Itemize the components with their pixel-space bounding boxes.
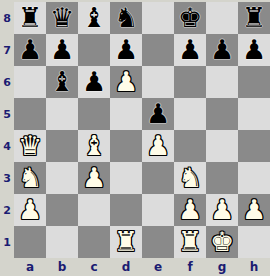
square-a1[interactable]: [14, 226, 46, 258]
rank-label-1: 1: [0, 226, 14, 258]
file-label-h: h: [238, 258, 270, 276]
white-pawn-c3: ♟: [78, 162, 110, 194]
white-rook-d1: ♜: [110, 226, 142, 258]
rank-label-8: 8: [0, 2, 14, 34]
file-label-d: d: [110, 258, 142, 276]
square-b2[interactable]: [46, 194, 78, 226]
black-pawn-d7: ♟: [110, 34, 142, 66]
square-b1[interactable]: [46, 226, 78, 258]
rank-label-3: 3: [0, 162, 14, 194]
black-pawn-c6: ♟: [78, 66, 110, 98]
white-bishop-c4: ♝: [78, 130, 110, 162]
square-g4[interactable]: [206, 130, 238, 162]
square-b5[interactable]: [46, 98, 78, 130]
black-pawn-b7: ♟: [46, 34, 78, 66]
white-pawn-f2: ♟: [174, 194, 206, 226]
square-d1[interactable]: ♜: [110, 226, 142, 258]
white-pawn-g2: ♟: [206, 194, 238, 226]
square-c5[interactable]: [78, 98, 110, 130]
square-d7[interactable]: ♟: [110, 34, 142, 66]
square-f2[interactable]: ♟: [174, 194, 206, 226]
white-queen-a4: ♛: [14, 130, 46, 162]
file-label-b: b: [46, 258, 78, 276]
rank-label-5: 5: [0, 98, 14, 130]
square-f6[interactable]: [174, 66, 206, 98]
chess-diagram: 87654321 ♜♛♝♞♚♜♟♟♟♟♟♟♝♟♟♟♛♝♟♞♟♞♟♟♟♟♜♜♚ a…: [0, 0, 270, 276]
square-b3[interactable]: [46, 162, 78, 194]
square-d6[interactable]: ♟: [110, 66, 142, 98]
black-knight-d8: ♞: [110, 2, 142, 34]
square-h7[interactable]: ♟: [238, 34, 270, 66]
square-c6[interactable]: ♟: [78, 66, 110, 98]
chess-board: ♜♛♝♞♚♜♟♟♟♟♟♟♝♟♟♟♛♝♟♞♟♞♟♟♟♟♜♜♚: [14, 2, 270, 258]
square-b8[interactable]: ♛: [46, 2, 78, 34]
white-pawn-e4: ♟: [142, 130, 174, 162]
square-h5[interactable]: [238, 98, 270, 130]
black-pawn-e5: ♟: [142, 98, 174, 130]
square-d3[interactable]: [110, 162, 142, 194]
file-labels: abcdefgh: [14, 258, 270, 276]
square-a8[interactable]: ♜: [14, 2, 46, 34]
square-e8[interactable]: [142, 2, 174, 34]
square-e5[interactable]: ♟: [142, 98, 174, 130]
square-h8[interactable]: ♜: [238, 2, 270, 34]
square-a6[interactable]: [14, 66, 46, 98]
square-e2[interactable]: [142, 194, 174, 226]
square-f3[interactable]: ♞: [174, 162, 206, 194]
rank-label-6: 6: [0, 66, 14, 98]
square-e6[interactable]: [142, 66, 174, 98]
file-label-c: c: [78, 258, 110, 276]
square-a7[interactable]: ♟: [14, 34, 46, 66]
white-rook-f1: ♜: [174, 226, 206, 258]
square-d4[interactable]: [110, 130, 142, 162]
file-label-f: f: [174, 258, 206, 276]
square-h2[interactable]: ♟: [238, 194, 270, 226]
black-pawn-h7: ♟: [238, 34, 270, 66]
square-b4[interactable]: [46, 130, 78, 162]
black-queen-b8: ♛: [46, 2, 78, 34]
square-f1[interactable]: ♜: [174, 226, 206, 258]
square-a4[interactable]: ♛: [14, 130, 46, 162]
square-c8[interactable]: ♝: [78, 2, 110, 34]
square-h3[interactable]: [238, 162, 270, 194]
black-bishop-b6: ♝: [46, 66, 78, 98]
square-b6[interactable]: ♝: [46, 66, 78, 98]
square-c7[interactable]: [78, 34, 110, 66]
white-pawn-a2: ♟: [14, 194, 46, 226]
white-pawn-d6: ♟: [110, 66, 142, 98]
square-f7[interactable]: ♟: [174, 34, 206, 66]
square-g6[interactable]: [206, 66, 238, 98]
square-e4[interactable]: ♟: [142, 130, 174, 162]
black-pawn-a7: ♟: [14, 34, 46, 66]
square-c3[interactable]: ♟: [78, 162, 110, 194]
square-e7[interactable]: [142, 34, 174, 66]
square-h1[interactable]: [238, 226, 270, 258]
square-c4[interactable]: ♝: [78, 130, 110, 162]
square-g8[interactable]: [206, 2, 238, 34]
black-bishop-c8: ♝: [78, 2, 110, 34]
square-g3[interactable]: [206, 162, 238, 194]
rank-label-7: 7: [0, 34, 14, 66]
square-h6[interactable]: [238, 66, 270, 98]
square-c1[interactable]: [78, 226, 110, 258]
square-g5[interactable]: [206, 98, 238, 130]
white-knight-f3: ♞: [174, 162, 206, 194]
square-f8[interactable]: ♚: [174, 2, 206, 34]
black-king-f8: ♚: [174, 2, 206, 34]
black-rook-h8: ♜: [238, 2, 270, 34]
square-g2[interactable]: ♟: [206, 194, 238, 226]
file-label-e: e: [142, 258, 174, 276]
rank-label-2: 2: [0, 194, 14, 226]
square-d8[interactable]: ♞: [110, 2, 142, 34]
square-f5[interactable]: [174, 98, 206, 130]
square-a3[interactable]: ♞: [14, 162, 46, 194]
square-d5[interactable]: [110, 98, 142, 130]
square-f4[interactable]: [174, 130, 206, 162]
square-b7[interactable]: ♟: [46, 34, 78, 66]
square-e1[interactable]: [142, 226, 174, 258]
square-h4[interactable]: [238, 130, 270, 162]
black-rook-a8: ♜: [14, 2, 46, 34]
square-e3[interactable]: [142, 162, 174, 194]
file-label-a: a: [14, 258, 46, 276]
black-pawn-f7: ♟: [174, 34, 206, 66]
rank-labels: 87654321: [0, 2, 14, 258]
white-king-g1: ♚: [206, 226, 238, 258]
square-a5[interactable]: [14, 98, 46, 130]
rank-label-4: 4: [0, 130, 14, 162]
file-label-g: g: [206, 258, 238, 276]
square-d2[interactable]: [110, 194, 142, 226]
square-a2[interactable]: ♟: [14, 194, 46, 226]
square-g1[interactable]: ♚: [206, 226, 238, 258]
white-pawn-h2: ♟: [238, 194, 270, 226]
square-c2[interactable]: [78, 194, 110, 226]
black-pawn-g7: ♟: [206, 34, 238, 66]
square-g7[interactable]: ♟: [206, 34, 238, 66]
white-knight-a3: ♞: [14, 162, 46, 194]
